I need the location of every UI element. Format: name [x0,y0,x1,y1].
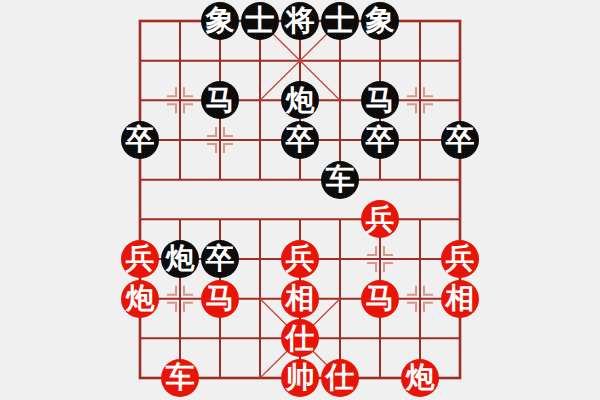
piece-black-advisor[interactable]: 士 [241,2,279,40]
piece-black-general[interactable]: 将 [281,2,319,40]
piece-black-cannon[interactable]: 炮 [281,81,319,119]
piece-black-elephant[interactable]: 象 [361,2,399,40]
piece-red-chariot[interactable]: 车 [161,359,199,397]
piece-red-soldier[interactable]: 兵 [361,200,399,238]
piece-red-soldier[interactable]: 兵 [281,240,319,278]
piece-black-horse[interactable]: 马 [201,81,239,119]
piece-black-soldier[interactable]: 卒 [441,121,479,159]
piece-black-advisor[interactable]: 士 [321,2,359,40]
piece-red-general[interactable]: 帅 [281,359,319,397]
piece-black-soldier[interactable]: 卒 [361,121,399,159]
piece-black-chariot[interactable]: 车 [321,161,359,199]
piece-red-cannon[interactable]: 炮 [121,280,159,318]
piece-red-horse[interactable]: 马 [361,280,399,318]
piece-black-cannon[interactable]: 炮 [161,240,199,278]
piece-red-advisor[interactable]: 仕 [321,359,359,397]
piece-red-soldier[interactable]: 兵 [441,240,479,278]
piece-black-elephant[interactable]: 象 [201,2,239,40]
piece-grid: 象士将士象马炮马卒卒卒卒车兵兵炮卒兵兵炮马相马相仕车帅仕炮 [120,1,480,398]
piece-red-advisor[interactable]: 仕 [281,319,319,357]
piece-red-elephant[interactable]: 相 [281,280,319,318]
piece-red-horse[interactable]: 马 [201,280,239,318]
piece-black-soldier[interactable]: 卒 [121,121,159,159]
piece-black-horse[interactable]: 马 [361,81,399,119]
piece-red-soldier[interactable]: 兵 [121,240,159,278]
piece-black-soldier[interactable]: 卒 [201,240,239,278]
xiangqi-board: 象士将士象马炮马卒卒卒卒车兵兵炮卒兵兵炮马相马相仕车帅仕炮 [0,0,600,400]
piece-red-cannon[interactable]: 炮 [401,359,439,397]
piece-red-elephant[interactable]: 相 [441,280,479,318]
piece-black-soldier[interactable]: 卒 [281,121,319,159]
